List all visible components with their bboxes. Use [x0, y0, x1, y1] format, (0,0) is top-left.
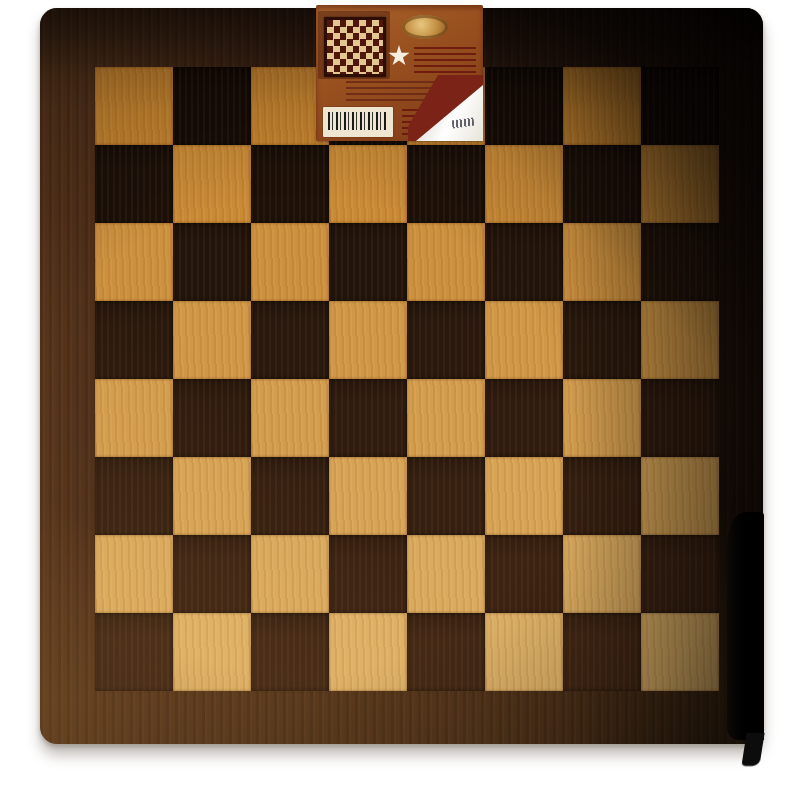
square-g1[interactable] [563, 613, 641, 691]
square-g8[interactable] [563, 67, 641, 145]
square-d4[interactable] [329, 379, 407, 457]
square-e2[interactable] [407, 535, 485, 613]
label-text-lines [414, 47, 476, 77]
square-g7[interactable] [563, 145, 641, 223]
square-g6[interactable] [563, 223, 641, 301]
mini-chessboard-image [324, 17, 386, 77]
square-b6[interactable] [173, 223, 251, 301]
square-f6[interactable] [485, 223, 563, 301]
square-h1[interactable] [641, 613, 719, 691]
square-a7[interactable] [95, 145, 173, 223]
square-b4[interactable] [173, 379, 251, 457]
square-e5[interactable] [407, 301, 485, 379]
square-a3[interactable] [95, 457, 173, 535]
square-e3[interactable] [407, 457, 485, 535]
square-a8[interactable] [95, 67, 173, 145]
square-b5[interactable] [173, 301, 251, 379]
square-c1[interactable] [251, 613, 329, 691]
square-g5[interactable] [563, 301, 641, 379]
dark-shadow-object [727, 512, 764, 740]
square-c5[interactable] [251, 301, 329, 379]
square-e4[interactable] [407, 379, 485, 457]
barcode-bars [328, 112, 388, 130]
square-c2[interactable] [251, 535, 329, 613]
square-e7[interactable] [407, 145, 485, 223]
peeled-corner-text-squiggle [452, 118, 475, 129]
product-photo-canvas [0, 0, 800, 800]
square-b2[interactable] [173, 535, 251, 613]
gold-seal-icon [402, 15, 448, 39]
barcode [323, 107, 393, 137]
square-d3[interactable] [329, 457, 407, 535]
square-a2[interactable] [95, 535, 173, 613]
square-h4[interactable] [641, 379, 719, 457]
square-a6[interactable] [95, 223, 173, 301]
square-d7[interactable] [329, 145, 407, 223]
square-f8[interactable] [485, 67, 563, 145]
square-f2[interactable] [485, 535, 563, 613]
square-h6[interactable] [641, 223, 719, 301]
square-c4[interactable] [251, 379, 329, 457]
square-a5[interactable] [95, 301, 173, 379]
square-b8[interactable] [173, 67, 251, 145]
square-h2[interactable] [641, 535, 719, 613]
square-b3[interactable] [173, 457, 251, 535]
board-grid [95, 67, 719, 691]
square-f4[interactable] [485, 379, 563, 457]
square-d1[interactable] [329, 613, 407, 691]
square-c7[interactable] [251, 145, 329, 223]
square-d5[interactable] [329, 301, 407, 379]
square-g3[interactable] [563, 457, 641, 535]
square-h8[interactable] [641, 67, 719, 145]
square-h5[interactable] [641, 301, 719, 379]
certification-star-icon [388, 45, 410, 67]
square-e1[interactable] [407, 613, 485, 691]
square-d6[interactable] [329, 223, 407, 301]
square-b7[interactable] [173, 145, 251, 223]
square-f1[interactable] [485, 613, 563, 691]
square-a1[interactable] [95, 613, 173, 691]
square-c6[interactable] [251, 223, 329, 301]
square-f5[interactable] [485, 301, 563, 379]
square-h3[interactable] [641, 457, 719, 535]
square-f3[interactable] [485, 457, 563, 535]
square-f7[interactable] [485, 145, 563, 223]
square-b1[interactable] [173, 613, 251, 691]
square-c3[interactable] [251, 457, 329, 535]
square-a4[interactable] [95, 379, 173, 457]
square-d2[interactable] [329, 535, 407, 613]
dark-shadow-object-tail [741, 733, 764, 766]
square-g4[interactable] [563, 379, 641, 457]
square-g2[interactable] [563, 535, 641, 613]
product-label [316, 5, 483, 141]
square-e6[interactable] [407, 223, 485, 301]
square-h7[interactable] [641, 145, 719, 223]
